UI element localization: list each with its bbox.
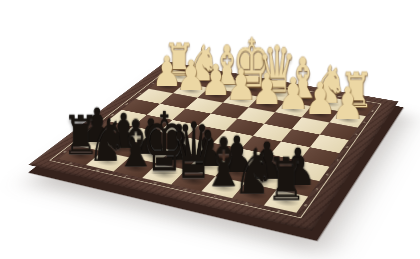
product-photo-scene: hgfedcba hgfedcba 12345678 12345678 ♜♞♝♚… [0, 0, 420, 259]
board-grid: ♜♞♝♚♛♝♞♜♟♟♟♟♟♟♟♟♟♟♟♟♟♟♟♟♜♞♝♚♛♝♞♜ [59, 70, 374, 213]
inlay-pinstripe: hgfedcba hgfedcba 12345678 12345678 ♜♞♝♚… [49, 67, 381, 218]
chess-board: hgfedcba hgfedcba 12345678 12345678 ♜♞♝♚… [28, 61, 398, 231]
board-margin: hgfedcba hgfedcba 12345678 12345678 ♜♞♝♚… [51, 67, 381, 217]
black-rook-glyph: ♜ [252, 151, 321, 209]
board-frame: hgfedcba hgfedcba 12345678 12345678 ♜♞♝♚… [28, 61, 398, 231]
